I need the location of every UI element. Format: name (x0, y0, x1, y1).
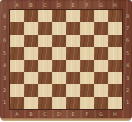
square-b1[interactable] (24, 97, 38, 109)
file-label-top-c: C (38, 1, 52, 9)
square-h8[interactable] (108, 10, 122, 22)
square-c8[interactable] (38, 10, 52, 22)
file-label-top-h: H (108, 1, 122, 9)
square-c6[interactable] (38, 35, 52, 47)
square-b3[interactable] (24, 72, 38, 84)
file-label-bottom-d: D (52, 110, 66, 118)
file-label-top-g: G (94, 1, 108, 9)
square-e1[interactable] (66, 97, 80, 109)
rank-label-right-4: 4 (123, 60, 132, 72)
square-c4[interactable] (38, 60, 52, 72)
square-b2[interactable] (24, 84, 38, 96)
square-b4[interactable] (24, 60, 38, 72)
square-d8[interactable] (52, 10, 66, 22)
rank-label-left-8: 8 (0, 10, 9, 22)
square-g6[interactable] (94, 35, 108, 47)
square-f1[interactable] (80, 97, 94, 109)
file-label-top-e: E (66, 1, 80, 9)
square-e8[interactable] (66, 10, 80, 22)
square-a4[interactable] (10, 60, 24, 72)
square-e2[interactable] (66, 84, 80, 96)
square-g2[interactable] (94, 84, 108, 96)
square-f6[interactable] (80, 35, 94, 47)
rank-label-right-5: 5 (123, 47, 132, 59)
square-h2[interactable] (108, 84, 122, 96)
square-f3[interactable] (80, 72, 94, 84)
square-e6[interactable] (66, 35, 80, 47)
square-c5[interactable] (38, 47, 52, 59)
board-squares-grid (9, 9, 123, 110)
rank-label-right-1: 1 (123, 97, 132, 109)
square-b5[interactable] (24, 47, 38, 59)
rank-label-left-1: 1 (0, 97, 9, 109)
square-g4[interactable] (94, 60, 108, 72)
square-e3[interactable] (66, 72, 80, 84)
rank-label-left-5: 5 (0, 47, 9, 59)
rank-label-left-2: 2 (0, 84, 9, 96)
square-a2[interactable] (10, 84, 24, 96)
file-label-bottom-e: E (66, 110, 80, 118)
square-a5[interactable] (10, 47, 24, 59)
square-a3[interactable] (10, 72, 24, 84)
file-label-bottom-c: C (38, 110, 52, 118)
square-a6[interactable] (10, 35, 24, 47)
board-edge (1, 118, 131, 121)
square-f5[interactable] (80, 47, 94, 59)
square-h1[interactable] (108, 97, 122, 109)
square-h4[interactable] (108, 60, 122, 72)
square-h5[interactable] (108, 47, 122, 59)
square-g1[interactable] (94, 97, 108, 109)
square-c1[interactable] (38, 97, 52, 109)
chessboard: AABBCCDDEEFFGGHH8877665544332211 (0, 0, 132, 122)
rank-label-left-4: 4 (0, 60, 9, 72)
square-g5[interactable] (94, 47, 108, 59)
file-label-top-f: F (80, 1, 94, 9)
file-label-bottom-f: F (80, 110, 94, 118)
square-g3[interactable] (94, 72, 108, 84)
square-d7[interactable] (52, 22, 66, 34)
square-d2[interactable] (52, 84, 66, 96)
rank-label-right-3: 3 (123, 72, 132, 84)
square-d6[interactable] (52, 35, 66, 47)
square-f2[interactable] (80, 84, 94, 96)
square-d4[interactable] (52, 60, 66, 72)
square-e5[interactable] (66, 47, 80, 59)
square-f4[interactable] (80, 60, 94, 72)
file-label-bottom-g: G (94, 110, 108, 118)
square-c7[interactable] (38, 22, 52, 34)
square-a8[interactable] (10, 10, 24, 22)
board-frame: AABBCCDDEEFFGGHH8877665544332211 (0, 0, 132, 119)
rank-label-right-6: 6 (123, 35, 132, 47)
square-g7[interactable] (94, 22, 108, 34)
square-a7[interactable] (10, 22, 24, 34)
file-label-top-d: D (52, 1, 66, 9)
square-b6[interactable] (24, 35, 38, 47)
rank-label-left-7: 7 (0, 22, 9, 34)
rank-label-right-7: 7 (123, 22, 132, 34)
square-a1[interactable] (10, 97, 24, 109)
file-label-bottom-a: A (10, 110, 24, 118)
square-h6[interactable] (108, 35, 122, 47)
square-c2[interactable] (38, 84, 52, 96)
square-e4[interactable] (66, 60, 80, 72)
square-f8[interactable] (80, 10, 94, 22)
square-b8[interactable] (24, 10, 38, 22)
square-d1[interactable] (52, 97, 66, 109)
square-c3[interactable] (38, 72, 52, 84)
rank-label-left-3: 3 (0, 72, 9, 84)
rank-label-right-8: 8 (123, 10, 132, 22)
square-g8[interactable] (94, 10, 108, 22)
square-d3[interactable] (52, 72, 66, 84)
square-h7[interactable] (108, 22, 122, 34)
square-h3[interactable] (108, 72, 122, 84)
file-label-top-b: B (24, 1, 38, 9)
square-f7[interactable] (80, 22, 94, 34)
rank-label-left-6: 6 (0, 35, 9, 47)
file-label-bottom-h: H (108, 110, 122, 118)
square-b7[interactable] (24, 22, 38, 34)
rank-label-right-2: 2 (123, 84, 132, 96)
file-label-top-a: A (10, 1, 24, 9)
square-d5[interactable] (52, 47, 66, 59)
square-e7[interactable] (66, 22, 80, 34)
file-label-bottom-b: B (24, 110, 38, 118)
